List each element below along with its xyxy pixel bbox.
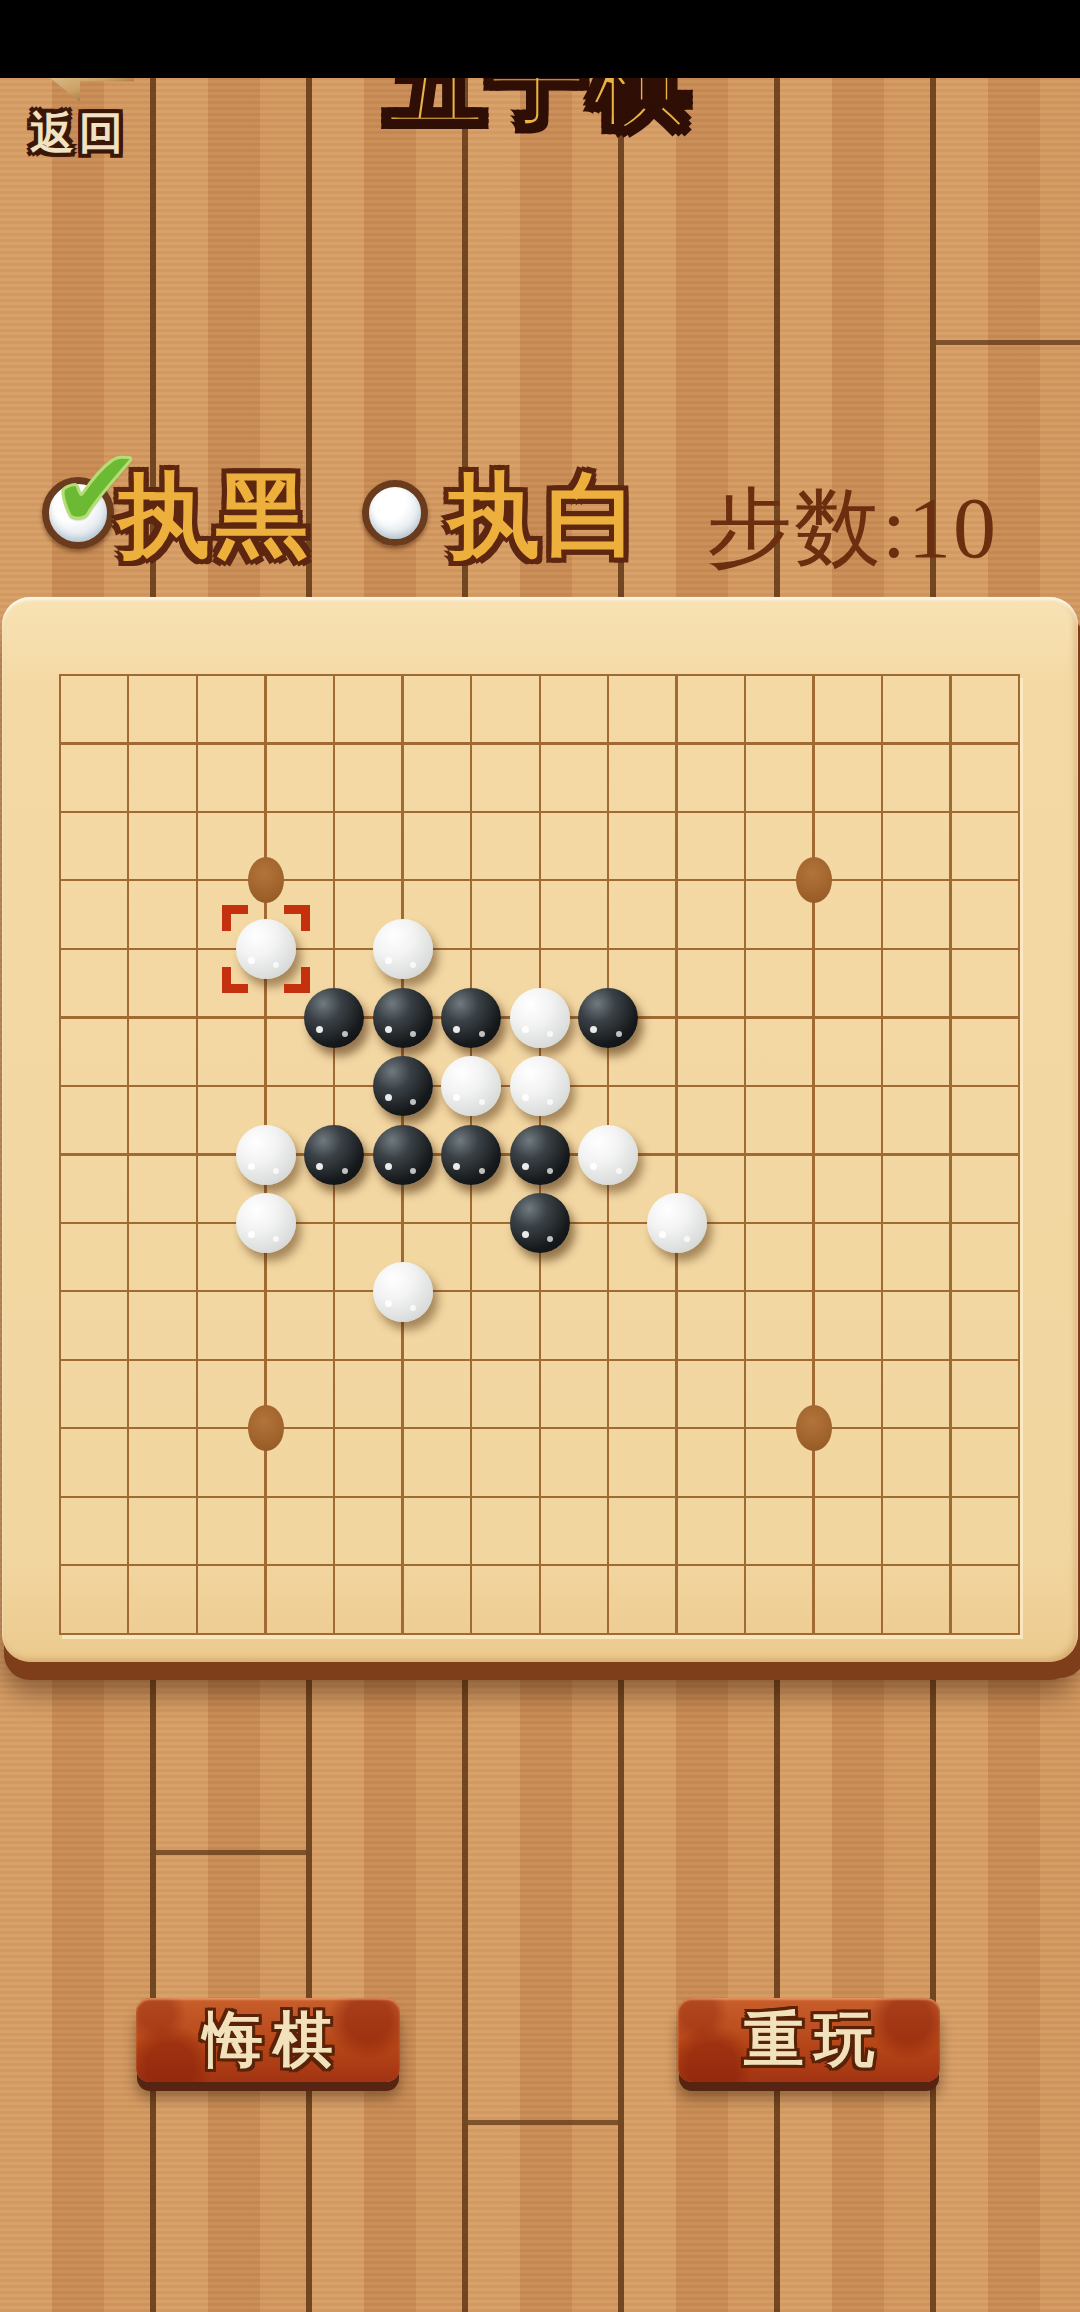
restart-button[interactable]: 重玩 bbox=[678, 1998, 940, 2082]
white-stone bbox=[647, 1193, 707, 1253]
black-stone bbox=[373, 1125, 433, 1185]
white-stone bbox=[236, 1125, 296, 1185]
white-stone bbox=[578, 1125, 638, 1185]
play-white-radio[interactable] bbox=[362, 480, 428, 546]
white-stone bbox=[510, 1056, 570, 1116]
undo-label: 悔棋 bbox=[193, 2000, 343, 2081]
black-stone bbox=[441, 1125, 501, 1185]
status-bar bbox=[0, 0, 1080, 78]
white-stone bbox=[373, 919, 433, 979]
black-stone bbox=[441, 988, 501, 1048]
white-stone bbox=[510, 988, 570, 1048]
play-black-label[interactable]: 执黑 bbox=[118, 454, 314, 578]
last-move-marker bbox=[222, 905, 310, 993]
move-counter: 步数:10 bbox=[706, 470, 998, 587]
black-stone bbox=[304, 1125, 364, 1185]
white-stone bbox=[236, 1193, 296, 1253]
black-stone bbox=[510, 1125, 570, 1185]
restart-label: 重玩 bbox=[734, 2000, 884, 2081]
star-point bbox=[248, 1405, 284, 1451]
star-point bbox=[796, 857, 832, 903]
white-stone bbox=[441, 1056, 501, 1116]
undo-button[interactable]: 悔棋 bbox=[136, 1998, 400, 2082]
play-white-label[interactable]: 执白 bbox=[448, 454, 644, 578]
star-point bbox=[248, 857, 284, 903]
options-row: ✔ 执黑 执白 步数:10 bbox=[0, 228, 1080, 348]
gomoku-app-screen: { "app": { "title": "五子棋", "back_label":… bbox=[0, 0, 1080, 2312]
white-stone bbox=[373, 1262, 433, 1322]
check-icon: ✔ bbox=[50, 424, 144, 554]
black-stone bbox=[510, 1193, 570, 1253]
black-stone bbox=[373, 988, 433, 1048]
board-grid[interactable] bbox=[59, 674, 1020, 1635]
black-stone bbox=[373, 1056, 433, 1116]
black-stone bbox=[578, 988, 638, 1048]
back-label: 返回 bbox=[30, 104, 160, 163]
board-panel bbox=[2, 597, 1078, 1662]
star-point bbox=[796, 1405, 832, 1451]
black-stone bbox=[304, 988, 364, 1048]
